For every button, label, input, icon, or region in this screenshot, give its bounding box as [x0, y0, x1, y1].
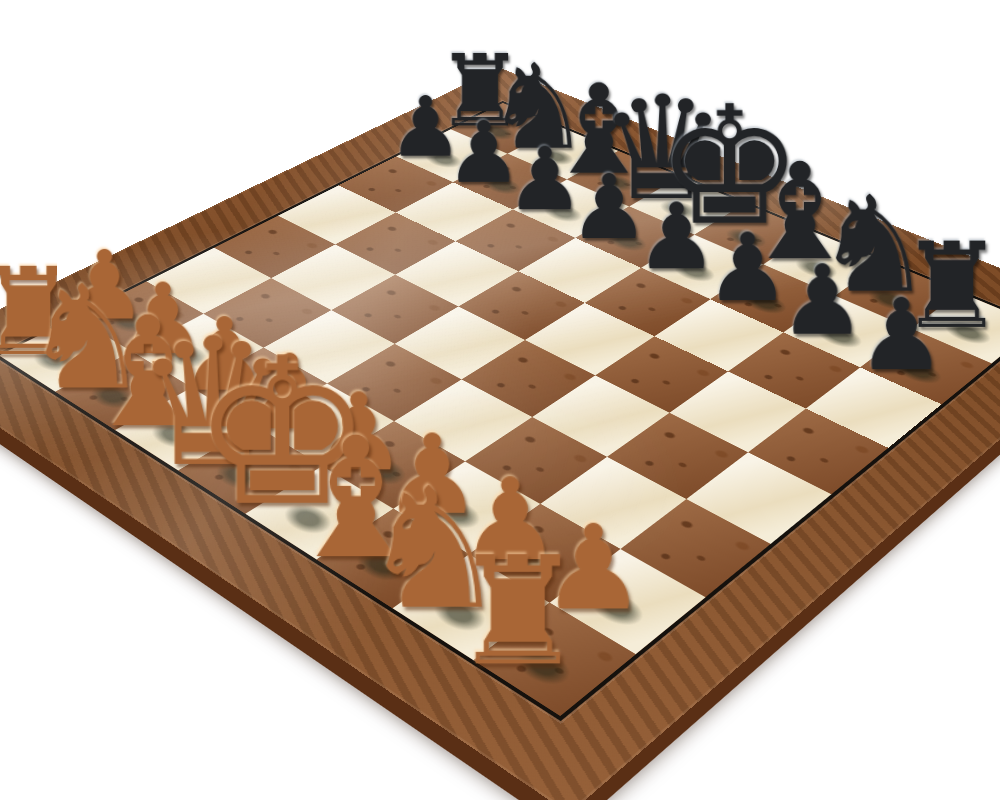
board-grid: ♜♞♝♛♚♝♞♜♟♟♟♟♟♟♟♟♟♟♟♟♟♟♟♟♜♞♝♛♚♝♞♜: [0, 103, 1000, 716]
piece-black-pawn: ♟: [857, 285, 946, 384]
piece-white-rook: ♜: [451, 536, 585, 686]
board-frame: ♜♞♝♛♚♝♞♜♟♟♟♟♟♟♟♟♟♟♟♟♟♟♟♟♜♞♝♛♚♝♞♜: [0, 68, 1000, 800]
piece-black-pawn: ♟: [705, 221, 789, 315]
product-photo: ♜♞♝♛♚♝♞♜♟♟♟♟♟♟♟♟♟♟♟♟♟♟♟♟♜♞♝♛♚♝♞♜: [0, 0, 1000, 800]
piece-black-pawn: ♟: [779, 252, 866, 349]
chess-board: ♜♞♝♛♚♝♞♜♟♟♟♟♟♟♟♟♟♟♟♟♟♟♟♟♜♞♝♛♚♝♞♜: [0, 68, 1000, 800]
